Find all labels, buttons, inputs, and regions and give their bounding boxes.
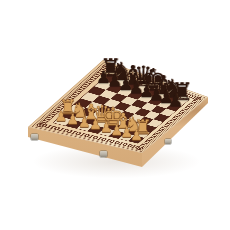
chess-set-photo: ♜♞♝♛♚♝♞♜♟♟♟♟♟♟♟♟♜♞♝♛♚♝♞♜♟♟♟♟♟♟♟♟ Wooden …	[0, 0, 230, 230]
hinge	[31, 134, 38, 140]
clasp	[165, 139, 171, 144]
hinge	[100, 151, 107, 157]
